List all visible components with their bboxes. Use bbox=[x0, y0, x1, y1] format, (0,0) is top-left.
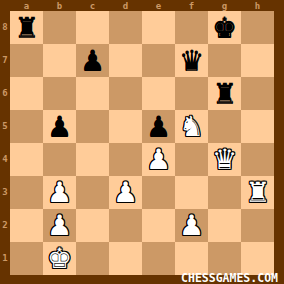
square-d8[interactable] bbox=[109, 11, 142, 44]
square-d7[interactable] bbox=[109, 44, 142, 77]
square-f4[interactable] bbox=[175, 143, 208, 176]
file-label-b: b bbox=[43, 0, 76, 11]
square-c7[interactable]: ♟ bbox=[76, 44, 109, 77]
rank-label-1: 1 bbox=[0, 242, 10, 275]
rank-label-2: 2 bbox=[0, 209, 10, 242]
file-label-g: g bbox=[208, 0, 241, 11]
square-b1[interactable]: ♚ bbox=[43, 242, 76, 275]
square-e6[interactable] bbox=[142, 77, 175, 110]
square-g4[interactable]: ♛ bbox=[208, 143, 241, 176]
square-g7[interactable] bbox=[208, 44, 241, 77]
square-h3[interactable]: ♜ bbox=[241, 176, 274, 209]
square-a8[interactable]: ♜ bbox=[10, 11, 43, 44]
square-c8[interactable] bbox=[76, 11, 109, 44]
piece-black-queen[interactable]: ♛ bbox=[179, 44, 204, 77]
piece-white-pawn[interactable]: ♟ bbox=[113, 176, 138, 209]
square-g2[interactable] bbox=[208, 209, 241, 242]
square-b2[interactable]: ♟ bbox=[43, 209, 76, 242]
square-h5[interactable] bbox=[241, 110, 274, 143]
piece-white-pawn[interactable]: ♟ bbox=[179, 209, 204, 242]
square-f5[interactable]: ♞ bbox=[175, 110, 208, 143]
square-h6[interactable] bbox=[241, 77, 274, 110]
square-d4[interactable] bbox=[109, 143, 142, 176]
square-c5[interactable] bbox=[76, 110, 109, 143]
square-b4[interactable] bbox=[43, 143, 76, 176]
piece-black-rook[interactable]: ♜ bbox=[212, 77, 237, 110]
square-f8[interactable] bbox=[175, 11, 208, 44]
square-f6[interactable] bbox=[175, 77, 208, 110]
square-h7[interactable] bbox=[241, 44, 274, 77]
square-g5[interactable] bbox=[208, 110, 241, 143]
file-label-h: h bbox=[241, 0, 274, 11]
square-c4[interactable] bbox=[76, 143, 109, 176]
square-b3[interactable]: ♟ bbox=[43, 176, 76, 209]
square-d2[interactable] bbox=[109, 209, 142, 242]
square-c6[interactable] bbox=[76, 77, 109, 110]
square-h8[interactable] bbox=[241, 11, 274, 44]
piece-white-pawn[interactable]: ♟ bbox=[146, 143, 171, 176]
square-d1[interactable] bbox=[109, 242, 142, 275]
watermark-text: CHESSGAMES.COM bbox=[181, 271, 278, 284]
square-d5[interactable] bbox=[109, 110, 142, 143]
square-a2[interactable] bbox=[10, 209, 43, 242]
file-label-a: a bbox=[10, 0, 43, 11]
square-b8[interactable] bbox=[43, 11, 76, 44]
file-label-d: d bbox=[109, 0, 142, 11]
rank-label-3: 3 bbox=[0, 176, 10, 209]
square-f2[interactable]: ♟ bbox=[175, 209, 208, 242]
square-h4[interactable] bbox=[241, 143, 274, 176]
square-b6[interactable] bbox=[43, 77, 76, 110]
file-label-c: c bbox=[76, 0, 109, 11]
square-e8[interactable] bbox=[142, 11, 175, 44]
square-a1[interactable] bbox=[10, 242, 43, 275]
chess-board: ♜♚♟♛♜♟♟♞♟♛♟♟♜♟♟♚ bbox=[10, 11, 274, 275]
rank-label-5: 5 bbox=[0, 110, 10, 143]
file-label-e: e bbox=[142, 0, 175, 11]
square-b7[interactable] bbox=[43, 44, 76, 77]
square-d6[interactable] bbox=[109, 77, 142, 110]
square-e1[interactable] bbox=[142, 242, 175, 275]
square-a3[interactable] bbox=[10, 176, 43, 209]
piece-black-rook[interactable]: ♜ bbox=[14, 11, 39, 44]
square-a4[interactable] bbox=[10, 143, 43, 176]
square-e2[interactable] bbox=[142, 209, 175, 242]
square-a5[interactable] bbox=[10, 110, 43, 143]
file-label-f: f bbox=[175, 0, 208, 11]
piece-white-pawn[interactable]: ♟ bbox=[47, 176, 72, 209]
square-e7[interactable] bbox=[142, 44, 175, 77]
square-c1[interactable] bbox=[76, 242, 109, 275]
piece-white-rook[interactable]: ♜ bbox=[245, 176, 270, 209]
square-d3[interactable]: ♟ bbox=[109, 176, 142, 209]
square-g8[interactable]: ♚ bbox=[208, 11, 241, 44]
rank-label-6: 6 bbox=[0, 77, 10, 110]
square-c2[interactable] bbox=[76, 209, 109, 242]
piece-black-king[interactable]: ♚ bbox=[212, 11, 237, 44]
square-a7[interactable] bbox=[10, 44, 43, 77]
rank-label-4: 4 bbox=[0, 143, 10, 176]
square-c3[interactable] bbox=[76, 176, 109, 209]
piece-black-pawn[interactable]: ♟ bbox=[47, 110, 72, 143]
square-b5[interactable]: ♟ bbox=[43, 110, 76, 143]
square-e3[interactable] bbox=[142, 176, 175, 209]
square-e5[interactable]: ♟ bbox=[142, 110, 175, 143]
chess-diagram: abcdefgh 87654321 ♜♚♟♛♜♟♟♞♟♛♟♟♜♟♟♚ CHESS… bbox=[0, 0, 284, 284]
piece-white-king[interactable]: ♚ bbox=[47, 242, 72, 275]
square-h2[interactable] bbox=[241, 209, 274, 242]
rank-label-8: 8 bbox=[0, 11, 10, 44]
rank-label-7: 7 bbox=[0, 44, 10, 77]
piece-black-pawn[interactable]: ♟ bbox=[80, 44, 105, 77]
piece-white-knight[interactable]: ♞ bbox=[179, 110, 204, 143]
square-f3[interactable] bbox=[175, 176, 208, 209]
square-a6[interactable] bbox=[10, 77, 43, 110]
square-g6[interactable]: ♜ bbox=[208, 77, 241, 110]
piece-black-pawn[interactable]: ♟ bbox=[146, 110, 171, 143]
square-e4[interactable]: ♟ bbox=[142, 143, 175, 176]
piece-white-queen[interactable]: ♛ bbox=[212, 143, 237, 176]
piece-white-pawn[interactable]: ♟ bbox=[47, 209, 72, 242]
square-g3[interactable] bbox=[208, 176, 241, 209]
square-f7[interactable]: ♛ bbox=[175, 44, 208, 77]
